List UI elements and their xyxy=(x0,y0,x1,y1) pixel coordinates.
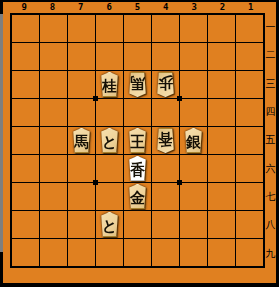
board-cell[interactable] xyxy=(96,155,123,182)
piece-body: 馬 xyxy=(69,128,94,153)
board-cell[interactable] xyxy=(180,211,207,238)
shogi-board: 桂馬歩馬と王香銀香金と xyxy=(10,13,265,268)
hoshi-dot xyxy=(93,180,98,185)
file-label: 6 xyxy=(95,2,123,13)
board-cell[interactable] xyxy=(96,183,123,210)
piece-馬-5三[interactable]: 馬 xyxy=(125,72,150,97)
rank-label: 八 xyxy=(265,211,276,239)
board-cell[interactable] xyxy=(40,15,67,42)
piece-glyph: 香 xyxy=(130,163,145,181)
board-cell[interactable]: 金 xyxy=(124,183,151,210)
board-cell[interactable] xyxy=(124,211,151,238)
board-panel: 987654321 一二三四五六七八九 桂馬歩馬と王香銀香金と xyxy=(3,2,276,283)
piece-body: 王 xyxy=(125,128,150,153)
board-cell[interactable] xyxy=(96,43,123,70)
board-cell[interactable] xyxy=(12,211,39,238)
board-cell[interactable] xyxy=(208,155,235,182)
hoshi-dot xyxy=(93,96,98,101)
board-cell[interactable] xyxy=(152,15,179,42)
board-cell[interactable] xyxy=(124,99,151,126)
piece-body: 香 xyxy=(125,156,150,181)
board-cell[interactable] xyxy=(68,99,95,126)
board-cell[interactable] xyxy=(40,239,67,266)
board-cell[interactable] xyxy=(152,155,179,182)
piece-金-5七[interactable]: 金 xyxy=(125,184,150,209)
board-cell[interactable] xyxy=(180,99,207,126)
board-cell[interactable] xyxy=(12,127,39,154)
piece-body: 桂 xyxy=(97,72,122,97)
board-cell[interactable]: と xyxy=(96,127,123,154)
piece-glyph: 金 xyxy=(130,191,145,209)
board-cell[interactable] xyxy=(236,183,263,210)
piece-glyph: と xyxy=(102,219,117,237)
board-cell[interactable] xyxy=(236,43,263,70)
board-cell[interactable] xyxy=(180,183,207,210)
board-cell[interactable] xyxy=(236,211,263,238)
piece-香-5六[interactable]: 香 xyxy=(125,156,150,181)
file-label: 9 xyxy=(10,2,38,13)
board-cell[interactable] xyxy=(124,15,151,42)
rank-label: 七 xyxy=(265,183,276,211)
board-cell[interactable]: 香 xyxy=(124,155,151,182)
board-cell[interactable]: 王 xyxy=(124,127,151,154)
board-cell[interactable] xyxy=(40,99,67,126)
board-cell[interactable] xyxy=(68,155,95,182)
board-cell[interactable] xyxy=(12,183,39,210)
rank-coordinates: 一二三四五六七八九 xyxy=(265,13,276,268)
piece-馬-7五[interactable]: 馬 xyxy=(69,128,94,153)
rank-label: 九 xyxy=(265,240,276,268)
board-cell[interactable]: 桂 xyxy=(96,71,123,98)
board-cell[interactable] xyxy=(12,71,39,98)
board-cell[interactable]: 銀 xyxy=(180,127,207,154)
board-cell[interactable] xyxy=(208,239,235,266)
hoshi-dot xyxy=(177,96,182,101)
board-cell[interactable] xyxy=(12,155,39,182)
piece-glyph: 馬 xyxy=(130,72,145,90)
board-cell[interactable] xyxy=(180,15,207,42)
file-label: 1 xyxy=(237,2,265,13)
board-cell[interactable] xyxy=(152,211,179,238)
rank-label: 六 xyxy=(265,155,276,183)
board-cell[interactable]: 歩 xyxy=(152,71,179,98)
board-cell[interactable] xyxy=(208,183,235,210)
piece-glyph: 歩 xyxy=(158,72,173,90)
board-cell[interactable] xyxy=(180,155,207,182)
board-cell[interactable]: 馬 xyxy=(68,127,95,154)
piece-銀-3五[interactable]: 銀 xyxy=(181,128,206,153)
rank-label: 一 xyxy=(265,13,276,41)
board-cell[interactable]: と xyxy=(96,211,123,238)
piece-王-5五[interactable]: 王 xyxy=(125,128,150,153)
piece-歩-4三[interactable]: 歩 xyxy=(153,72,178,97)
piece-と-6五[interactable]: と xyxy=(97,128,122,153)
board-cell[interactable] xyxy=(12,99,39,126)
piece-glyph: 銀 xyxy=(186,135,201,153)
board-cell[interactable] xyxy=(124,43,151,70)
piece-と-6八[interactable]: と xyxy=(97,212,122,237)
board-cell[interactable] xyxy=(68,43,95,70)
board-cell[interactable] xyxy=(180,239,207,266)
board-cell[interactable] xyxy=(236,155,263,182)
board-cell[interactable] xyxy=(236,71,263,98)
board-cell[interactable] xyxy=(236,127,263,154)
piece-body: 香 xyxy=(153,128,178,153)
file-label: 3 xyxy=(180,2,208,13)
board-cell[interactable] xyxy=(180,71,207,98)
board-cell[interactable] xyxy=(68,239,95,266)
board-cell[interactable]: 馬 xyxy=(124,71,151,98)
board-cell[interactable] xyxy=(68,211,95,238)
board-cell[interactable] xyxy=(68,183,95,210)
board-cell[interactable] xyxy=(152,43,179,70)
board-cell[interactable] xyxy=(236,15,263,42)
piece-glyph: と xyxy=(102,135,117,153)
board-cell[interactable] xyxy=(40,71,67,98)
piece-glyph: 香 xyxy=(158,128,173,146)
board-cell[interactable] xyxy=(208,15,235,42)
piece-body: 歩 xyxy=(153,72,178,97)
board-cell[interactable] xyxy=(68,15,95,42)
board-cell[interactable] xyxy=(96,99,123,126)
file-coordinates: 987654321 xyxy=(10,2,265,13)
rank-label: 二 xyxy=(265,41,276,69)
board-cell[interactable] xyxy=(180,43,207,70)
piece-glyph: 王 xyxy=(130,135,145,153)
board-cell[interactable] xyxy=(12,15,39,42)
rank-label: 四 xyxy=(265,98,276,126)
piece-body: 馬 xyxy=(125,72,150,97)
piece-glyph: 桂 xyxy=(102,79,117,97)
board-cell[interactable] xyxy=(96,239,123,266)
piece-body: 金 xyxy=(125,184,150,209)
board-cell[interactable] xyxy=(208,71,235,98)
shogi-board-frame: 987654321 一二三四五六七八九 桂馬歩馬と王香銀香金と xyxy=(0,0,279,287)
piece-glyph: 馬 xyxy=(74,135,89,153)
file-label: 8 xyxy=(38,2,66,13)
piece-body: と xyxy=(97,128,122,153)
board-cell[interactable] xyxy=(208,211,235,238)
hoshi-dot xyxy=(177,180,182,185)
piece-body: と xyxy=(97,212,122,237)
board-cell[interactable] xyxy=(152,99,179,126)
file-label: 5 xyxy=(123,2,151,13)
board-cell[interactable] xyxy=(236,239,263,266)
board-cell[interactable] xyxy=(40,43,67,70)
rank-label: 五 xyxy=(265,126,276,154)
piece-桂-6三[interactable]: 桂 xyxy=(97,72,122,97)
file-label: 4 xyxy=(152,2,180,13)
board-cell[interactable] xyxy=(40,183,67,210)
file-label: 2 xyxy=(208,2,236,13)
board-cell[interactable] xyxy=(208,99,235,126)
board-cell[interactable]: 香 xyxy=(152,127,179,154)
board-cell[interactable] xyxy=(96,15,123,42)
board-cell[interactable] xyxy=(12,43,39,70)
board-cell[interactable] xyxy=(124,239,151,266)
board-cell[interactable] xyxy=(40,211,67,238)
board-cell[interactable] xyxy=(152,183,179,210)
rank-label: 三 xyxy=(265,70,276,98)
board-cell[interactable] xyxy=(12,239,39,266)
file-label: 7 xyxy=(67,2,95,13)
board-cell[interactable] xyxy=(68,71,95,98)
board-cell[interactable] xyxy=(152,239,179,266)
board-cell[interactable] xyxy=(40,127,67,154)
board-cell[interactable] xyxy=(208,43,235,70)
piece-香-4五[interactable]: 香 xyxy=(153,128,178,153)
board-cell[interactable] xyxy=(208,127,235,154)
board-cell[interactable] xyxy=(236,99,263,126)
piece-body: 銀 xyxy=(181,128,206,153)
board-cell[interactable] xyxy=(40,155,67,182)
